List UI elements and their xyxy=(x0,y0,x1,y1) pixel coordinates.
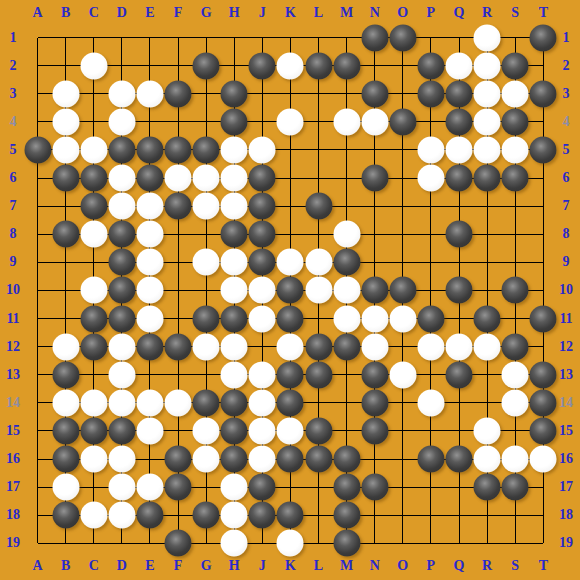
white-stone[interactable] xyxy=(474,333,501,360)
black-stone[interactable] xyxy=(165,80,192,107)
column-label-bottom: T xyxy=(531,558,555,574)
black-stone[interactable] xyxy=(361,474,388,501)
white-stone[interactable] xyxy=(249,389,276,416)
column-label-top: G xyxy=(194,5,218,21)
white-stone[interactable] xyxy=(52,474,79,501)
white-stone[interactable] xyxy=(136,277,163,304)
row-label-right: 2 xyxy=(554,58,578,74)
black-stone[interactable] xyxy=(249,474,276,501)
black-stone[interactable] xyxy=(333,333,360,360)
black-stone[interactable] xyxy=(361,417,388,444)
black-stone[interactable] xyxy=(221,108,248,135)
white-stone[interactable] xyxy=(249,277,276,304)
white-stone[interactable] xyxy=(108,502,135,529)
row-label-left: 17 xyxy=(1,479,25,495)
white-stone[interactable] xyxy=(193,446,220,473)
row-label-left: 7 xyxy=(1,198,25,214)
column-label-top: C xyxy=(82,5,106,21)
row-label-right: 1 xyxy=(554,30,578,46)
black-stone[interactable] xyxy=(333,52,360,79)
row-label-left: 12 xyxy=(1,339,25,355)
black-stone[interactable] xyxy=(333,474,360,501)
white-stone[interactable] xyxy=(165,389,192,416)
black-stone[interactable] xyxy=(277,446,304,473)
black-stone[interactable] xyxy=(136,333,163,360)
row-label-left: 15 xyxy=(1,423,25,439)
black-stone[interactable] xyxy=(333,502,360,529)
white-stone[interactable] xyxy=(502,446,529,473)
white-stone[interactable] xyxy=(417,333,444,360)
black-stone[interactable] xyxy=(446,108,473,135)
row-label-right: 8 xyxy=(554,226,578,242)
column-label-bottom: B xyxy=(54,558,78,574)
black-stone[interactable] xyxy=(361,389,388,416)
column-label-bottom: M xyxy=(335,558,359,574)
white-stone[interactable] xyxy=(52,136,79,163)
white-stone[interactable] xyxy=(474,52,501,79)
white-stone[interactable] xyxy=(136,389,163,416)
white-stone[interactable] xyxy=(249,361,276,388)
white-stone[interactable] xyxy=(277,333,304,360)
white-stone[interactable] xyxy=(277,530,304,557)
white-stone[interactable] xyxy=(136,249,163,276)
white-stone[interactable] xyxy=(221,249,248,276)
black-stone[interactable] xyxy=(446,446,473,473)
black-stone[interactable] xyxy=(165,136,192,163)
white-stone[interactable] xyxy=(474,417,501,444)
column-label-bottom: A xyxy=(26,558,50,574)
black-stone[interactable] xyxy=(193,502,220,529)
row-label-left: 4 xyxy=(1,114,25,130)
black-stone[interactable] xyxy=(417,305,444,332)
white-stone[interactable] xyxy=(221,333,248,360)
white-stone[interactable] xyxy=(249,446,276,473)
black-stone[interactable] xyxy=(52,446,79,473)
white-stone[interactable] xyxy=(108,446,135,473)
white-stone[interactable] xyxy=(277,108,304,135)
column-label-bottom: R xyxy=(475,558,499,574)
white-stone[interactable] xyxy=(417,389,444,416)
white-stone[interactable] xyxy=(417,165,444,192)
column-label-bottom: O xyxy=(391,558,415,574)
white-stone[interactable] xyxy=(52,80,79,107)
column-label-bottom: D xyxy=(110,558,134,574)
black-stone[interactable] xyxy=(108,249,135,276)
row-label-right: 3 xyxy=(554,86,578,102)
black-stone[interactable] xyxy=(249,502,276,529)
white-stone[interactable] xyxy=(361,305,388,332)
white-stone[interactable] xyxy=(221,136,248,163)
column-label-top: T xyxy=(531,5,555,21)
white-stone[interactable] xyxy=(136,221,163,248)
white-stone[interactable] xyxy=(474,24,501,51)
column-label-top: B xyxy=(54,5,78,21)
black-stone[interactable] xyxy=(108,305,135,332)
column-label-top: M xyxy=(335,5,359,21)
white-stone[interactable] xyxy=(193,249,220,276)
black-stone[interactable] xyxy=(249,165,276,192)
black-stone[interactable] xyxy=(502,108,529,135)
black-stone[interactable] xyxy=(502,474,529,501)
black-stone[interactable] xyxy=(502,52,529,79)
white-stone[interactable] xyxy=(136,305,163,332)
row-label-right: 6 xyxy=(554,170,578,186)
white-stone[interactable] xyxy=(108,389,135,416)
black-stone[interactable] xyxy=(361,165,388,192)
column-label-bottom: Q xyxy=(447,558,471,574)
black-stone[interactable] xyxy=(193,305,220,332)
white-stone[interactable] xyxy=(333,305,360,332)
white-stone[interactable] xyxy=(474,80,501,107)
row-label-right: 15 xyxy=(554,423,578,439)
black-stone[interactable] xyxy=(446,165,473,192)
column-label-bottom: E xyxy=(138,558,162,574)
black-stone[interactable] xyxy=(249,249,276,276)
row-label-right: 4 xyxy=(554,114,578,130)
column-label-top: F xyxy=(166,5,190,21)
black-stone[interactable] xyxy=(249,52,276,79)
black-stone[interactable] xyxy=(361,361,388,388)
black-stone[interactable] xyxy=(80,165,107,192)
black-stone[interactable] xyxy=(333,446,360,473)
white-stone[interactable] xyxy=(249,136,276,163)
black-stone[interactable] xyxy=(193,389,220,416)
row-label-right: 12 xyxy=(554,339,578,355)
white-stone[interactable] xyxy=(80,502,107,529)
black-stone[interactable] xyxy=(136,165,163,192)
column-label-top: N xyxy=(363,5,387,21)
black-stone[interactable] xyxy=(446,361,473,388)
black-stone[interactable] xyxy=(417,52,444,79)
black-stone[interactable] xyxy=(333,249,360,276)
column-label-bottom: F xyxy=(166,558,190,574)
white-stone[interactable] xyxy=(52,108,79,135)
column-label-top: R xyxy=(475,5,499,21)
white-stone[interactable] xyxy=(389,361,416,388)
black-stone[interactable] xyxy=(277,361,304,388)
black-stone[interactable] xyxy=(361,80,388,107)
white-stone[interactable] xyxy=(502,389,529,416)
white-stone[interactable] xyxy=(502,361,529,388)
black-stone[interactable] xyxy=(530,417,557,444)
row-label-right: 9 xyxy=(554,254,578,270)
row-label-left: 13 xyxy=(1,367,25,383)
column-label-top: D xyxy=(110,5,134,21)
black-stone[interactable] xyxy=(305,193,332,220)
black-stone[interactable] xyxy=(80,417,107,444)
white-stone[interactable] xyxy=(249,417,276,444)
black-stone[interactable] xyxy=(24,136,51,163)
column-label-top: L xyxy=(307,5,331,21)
black-stone[interactable] xyxy=(530,305,557,332)
black-stone[interactable] xyxy=(108,417,135,444)
black-stone[interactable] xyxy=(221,417,248,444)
white-stone[interactable] xyxy=(52,333,79,360)
row-label-right: 5 xyxy=(554,142,578,158)
black-stone[interactable] xyxy=(530,80,557,107)
black-stone[interactable] xyxy=(165,474,192,501)
black-stone[interactable] xyxy=(193,136,220,163)
black-stone[interactable] xyxy=(108,221,135,248)
row-label-right: 14 xyxy=(554,395,578,411)
black-stone[interactable] xyxy=(502,333,529,360)
row-label-right: 10 xyxy=(554,282,578,298)
black-stone[interactable] xyxy=(389,108,416,135)
white-stone[interactable] xyxy=(474,446,501,473)
white-stone[interactable] xyxy=(446,136,473,163)
column-label-top: J xyxy=(250,5,274,21)
column-label-bottom: S xyxy=(503,558,527,574)
black-stone[interactable] xyxy=(221,389,248,416)
white-stone[interactable] xyxy=(277,52,304,79)
black-stone[interactable] xyxy=(474,474,501,501)
row-label-left: 8 xyxy=(1,226,25,242)
white-stone[interactable] xyxy=(502,80,529,107)
white-stone[interactable] xyxy=(80,52,107,79)
black-stone[interactable] xyxy=(446,80,473,107)
black-stone[interactable] xyxy=(221,305,248,332)
black-stone[interactable] xyxy=(530,361,557,388)
white-stone[interactable] xyxy=(108,361,135,388)
column-label-bottom: J xyxy=(250,558,274,574)
white-stone[interactable] xyxy=(249,305,276,332)
column-label-top: A xyxy=(26,5,50,21)
white-stone[interactable] xyxy=(108,193,135,220)
white-stone[interactable] xyxy=(277,417,304,444)
white-stone[interactable] xyxy=(221,530,248,557)
black-stone[interactable] xyxy=(502,277,529,304)
column-label-top: O xyxy=(391,5,415,21)
white-stone[interactable] xyxy=(108,333,135,360)
column-label-top: E xyxy=(138,5,162,21)
row-label-left: 16 xyxy=(1,451,25,467)
column-label-bottom: L xyxy=(307,558,331,574)
black-stone[interactable] xyxy=(305,333,332,360)
white-stone[interactable] xyxy=(446,52,473,79)
white-stone[interactable] xyxy=(221,193,248,220)
white-stone[interactable] xyxy=(193,333,220,360)
white-stone[interactable] xyxy=(108,108,135,135)
column-label-bottom: G xyxy=(194,558,218,574)
row-label-right: 7 xyxy=(554,198,578,214)
row-label-left: 1 xyxy=(1,30,25,46)
black-stone[interactable] xyxy=(193,52,220,79)
black-stone[interactable] xyxy=(165,530,192,557)
white-stone[interactable] xyxy=(193,417,220,444)
column-label-top: H xyxy=(222,5,246,21)
white-stone[interactable] xyxy=(165,165,192,192)
black-stone[interactable] xyxy=(305,361,332,388)
black-stone[interactable] xyxy=(52,417,79,444)
white-stone[interactable] xyxy=(333,277,360,304)
row-label-right: 16 xyxy=(554,451,578,467)
row-label-left: 5 xyxy=(1,142,25,158)
black-stone[interactable] xyxy=(165,193,192,220)
white-stone[interactable] xyxy=(221,165,248,192)
black-stone[interactable] xyxy=(80,333,107,360)
column-label-bottom: K xyxy=(278,558,302,574)
white-stone[interactable] xyxy=(136,474,163,501)
white-stone[interactable] xyxy=(361,108,388,135)
black-stone[interactable] xyxy=(417,80,444,107)
white-stone[interactable] xyxy=(80,389,107,416)
column-label-top: K xyxy=(278,5,302,21)
white-stone[interactable] xyxy=(80,446,107,473)
column-label-top: S xyxy=(503,5,527,21)
black-stone[interactable] xyxy=(361,24,388,51)
column-label-bottom: H xyxy=(222,558,246,574)
row-label-left: 6 xyxy=(1,170,25,186)
white-stone[interactable] xyxy=(474,108,501,135)
black-stone[interactable] xyxy=(474,305,501,332)
black-stone[interactable] xyxy=(305,446,332,473)
row-label-left: 14 xyxy=(1,395,25,411)
white-stone[interactable] xyxy=(136,80,163,107)
black-stone[interactable] xyxy=(52,361,79,388)
black-stone[interactable] xyxy=(305,52,332,79)
white-stone[interactable] xyxy=(108,165,135,192)
white-stone[interactable] xyxy=(221,277,248,304)
black-stone[interactable] xyxy=(333,530,360,557)
black-stone[interactable] xyxy=(446,277,473,304)
black-stone[interactable] xyxy=(52,502,79,529)
row-label-left: 9 xyxy=(1,254,25,270)
white-stone[interactable] xyxy=(305,249,332,276)
black-stone[interactable] xyxy=(277,277,304,304)
black-stone[interactable] xyxy=(530,24,557,51)
black-stone[interactable] xyxy=(389,24,416,51)
white-stone[interactable] xyxy=(474,136,501,163)
white-stone[interactable] xyxy=(221,361,248,388)
black-stone[interactable] xyxy=(530,389,557,416)
column-label-bottom: P xyxy=(419,558,443,574)
white-stone[interactable] xyxy=(136,417,163,444)
row-label-left: 10 xyxy=(1,282,25,298)
column-label-top: Q xyxy=(447,5,471,21)
white-stone[interactable] xyxy=(221,502,248,529)
black-stone[interactable] xyxy=(136,136,163,163)
black-stone[interactable] xyxy=(221,80,248,107)
white-stone[interactable] xyxy=(221,474,248,501)
white-stone[interactable] xyxy=(108,474,135,501)
white-stone[interactable] xyxy=(80,277,107,304)
black-stone[interactable] xyxy=(305,417,332,444)
white-stone[interactable] xyxy=(193,193,220,220)
white-stone[interactable] xyxy=(80,136,107,163)
row-label-right: 18 xyxy=(554,507,578,523)
white-stone[interactable] xyxy=(417,136,444,163)
black-stone[interactable] xyxy=(277,389,304,416)
black-stone[interactable] xyxy=(52,165,79,192)
black-stone[interactable] xyxy=(221,221,248,248)
black-stone[interactable] xyxy=(52,221,79,248)
row-label-left: 11 xyxy=(1,311,25,327)
black-stone[interactable] xyxy=(417,446,444,473)
white-stone[interactable] xyxy=(333,221,360,248)
black-stone[interactable] xyxy=(249,193,276,220)
white-stone[interactable] xyxy=(52,389,79,416)
black-stone[interactable] xyxy=(136,502,163,529)
white-stone[interactable] xyxy=(80,221,107,248)
row-label-right: 17 xyxy=(554,479,578,495)
black-stone[interactable] xyxy=(530,136,557,163)
black-stone[interactable] xyxy=(446,221,473,248)
row-label-left: 2 xyxy=(1,58,25,74)
black-stone[interactable] xyxy=(474,165,501,192)
black-stone[interactable] xyxy=(221,446,248,473)
white-stone[interactable] xyxy=(502,136,529,163)
white-stone[interactable] xyxy=(530,446,557,473)
black-stone[interactable] xyxy=(249,221,276,248)
row-label-right: 19 xyxy=(554,535,578,551)
black-stone[interactable] xyxy=(80,305,107,332)
white-stone[interactable] xyxy=(136,193,163,220)
white-stone[interactable] xyxy=(333,108,360,135)
column-label-bottom: N xyxy=(363,558,387,574)
white-stone[interactable] xyxy=(108,80,135,107)
white-stone[interactable] xyxy=(389,305,416,332)
column-label-bottom: C xyxy=(82,558,106,574)
white-stone[interactable] xyxy=(277,249,304,276)
black-stone[interactable] xyxy=(80,193,107,220)
white-stone[interactable] xyxy=(193,165,220,192)
black-stone[interactable] xyxy=(361,277,388,304)
row-label-right: 11 xyxy=(554,311,578,327)
row-label-left: 18 xyxy=(1,507,25,523)
black-stone[interactable] xyxy=(389,277,416,304)
white-stone[interactable] xyxy=(305,277,332,304)
black-stone[interactable] xyxy=(108,136,135,163)
go-board[interactable]: AABBCCDDEEFFGGHHJJKKLLMMNNOOPPQQRRSSTT11… xyxy=(0,0,580,580)
row-label-right: 13 xyxy=(554,367,578,383)
black-stone[interactable] xyxy=(277,502,304,529)
black-stone[interactable] xyxy=(165,333,192,360)
row-label-left: 19 xyxy=(1,535,25,551)
black-stone[interactable] xyxy=(165,446,192,473)
black-stone[interactable] xyxy=(502,165,529,192)
column-label-top: P xyxy=(419,5,443,21)
black-stone[interactable] xyxy=(108,277,135,304)
white-stone[interactable] xyxy=(446,333,473,360)
white-stone[interactable] xyxy=(361,333,388,360)
row-label-left: 3 xyxy=(1,86,25,102)
black-stone[interactable] xyxy=(277,305,304,332)
